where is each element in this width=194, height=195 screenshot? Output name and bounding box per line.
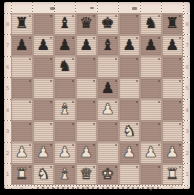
square-a5[interactable]	[11, 78, 33, 100]
square-h1[interactable]: ♜	[162, 164, 184, 186]
square-f8[interactable]	[119, 13, 141, 35]
square-f6[interactable]	[119, 56, 141, 78]
rank-label-left-3: 3	[5, 128, 11, 134]
square-e6[interactable]	[97, 56, 119, 78]
square-e5[interactable]: ♟	[97, 78, 119, 100]
square-e4[interactable]: ♟	[97, 99, 119, 121]
white-pawn: ♟	[166, 145, 179, 160]
square-g5[interactable]	[140, 78, 162, 100]
square-g1[interactable]	[140, 164, 162, 186]
white-pawn: ♟	[80, 145, 93, 160]
square-a8[interactable]: ♜	[11, 13, 33, 35]
square-b5[interactable]	[33, 78, 55, 100]
black-pawn: ♟	[80, 37, 93, 52]
rank-label-right-5: 5	[184, 85, 190, 91]
stamp-sheet: ♜♝♛♚♞♜♟♟♟♟♝♟♟♟♞♟♝♟♞♟♟♟♟♟♟♟♜♞♝♛♚♜ 8765432…	[4, 2, 190, 189]
black-knight: ♞	[144, 16, 157, 31]
black-pawn: ♟	[144, 37, 157, 52]
square-e7[interactable]: ♝	[97, 35, 119, 57]
square-b7[interactable]: ♟	[33, 35, 55, 57]
square-c2[interactable]: ♟	[54, 142, 76, 164]
square-f3[interactable]: ♞	[119, 121, 141, 143]
rank-label-right-6: 6	[184, 64, 190, 70]
square-f1[interactable]	[119, 164, 141, 186]
square-g7[interactable]: ♟	[140, 35, 162, 57]
white-pawn: ♟	[37, 145, 50, 160]
square-b1[interactable]: ♞	[33, 164, 55, 186]
black-pawn: ♟	[37, 37, 50, 52]
black-king: ♚	[101, 16, 114, 31]
square-f4[interactable]	[119, 99, 141, 121]
square-c8[interactable]: ♝	[54, 13, 76, 35]
black-pawn: ♟	[101, 80, 114, 95]
square-b2[interactable]: ♟	[33, 142, 55, 164]
black-pawn: ♟	[166, 37, 179, 52]
white-pawn: ♟	[123, 145, 136, 160]
square-g6[interactable]	[140, 56, 162, 78]
square-g8[interactable]: ♞	[140, 13, 162, 35]
square-h2[interactable]: ♟	[162, 142, 184, 164]
square-b4[interactable]	[33, 99, 55, 121]
rank-label-right-1: 1	[184, 171, 190, 177]
square-f2[interactable]: ♟	[119, 142, 141, 164]
white-king: ♚	[101, 166, 114, 181]
selvage-mark	[50, 7, 55, 10]
white-knight: ♞	[37, 166, 50, 181]
square-a1[interactable]: ♜	[11, 164, 33, 186]
square-h5[interactable]	[162, 78, 184, 100]
square-d2[interactable]: ♟	[76, 142, 98, 164]
rank-label-right-7: 7	[184, 42, 190, 48]
square-d6[interactable]	[76, 56, 98, 78]
white-knight: ♞	[123, 123, 136, 138]
square-h4[interactable]	[162, 99, 184, 121]
square-g3[interactable]	[140, 121, 162, 143]
white-rook: ♜	[15, 166, 28, 181]
square-h8[interactable]: ♜	[162, 13, 184, 35]
square-g2[interactable]: ♟	[140, 142, 162, 164]
selvage-mark	[132, 7, 137, 10]
white-pawn: ♟	[144, 145, 157, 160]
rank-label-left-7: 7	[5, 42, 11, 48]
chessboard: ♜♝♛♚♞♜♟♟♟♟♝♟♟♟♞♟♝♟♞♟♟♟♟♟♟♟♜♞♝♛♚♜	[11, 13, 183, 185]
rank-label-right-4: 4	[184, 107, 190, 113]
square-d8[interactable]: ♛	[76, 13, 98, 35]
square-c4[interactable]: ♝	[54, 99, 76, 121]
square-e2[interactable]	[97, 142, 119, 164]
white-rook: ♜	[166, 166, 179, 181]
file-label-a: a	[19, 185, 25, 191]
square-f7[interactable]: ♟	[119, 35, 141, 57]
photo-background: ♜♝♛♚♞♜♟♟♟♟♝♟♟♟♞♟♝♟♞♟♟♟♟♟♟♟♜♞♝♛♚♜ 8765432…	[0, 0, 194, 195]
square-b6[interactable]	[33, 56, 55, 78]
black-pawn: ♟	[123, 37, 136, 52]
square-a6[interactable]	[11, 56, 33, 78]
black-pawn: ♟	[58, 37, 71, 52]
square-h6[interactable]	[162, 56, 184, 78]
rank-label-left-1: 1	[5, 171, 11, 177]
square-c3[interactable]	[54, 121, 76, 143]
square-h7[interactable]: ♟	[162, 35, 184, 57]
white-bishop: ♝	[58, 102, 71, 117]
black-bishop: ♝	[101, 37, 114, 52]
white-pawn: ♟	[58, 145, 71, 160]
rank-label-right-2: 2	[184, 150, 190, 156]
square-c6[interactable]: ♞	[54, 56, 76, 78]
white-queen: ♛	[80, 166, 93, 181]
square-g4[interactable]	[140, 99, 162, 121]
rank-label-right-8: 8	[184, 21, 190, 27]
black-bishop: ♝	[58, 16, 71, 31]
white-bishop: ♝	[58, 166, 71, 181]
black-rook: ♜	[15, 16, 28, 31]
square-d7[interactable]: ♟	[76, 35, 98, 57]
square-d1[interactable]: ♛	[76, 164, 98, 186]
square-h3[interactable]	[162, 121, 184, 143]
white-pawn: ♟	[15, 145, 28, 160]
square-b3[interactable]	[33, 121, 55, 143]
square-a3[interactable]	[11, 121, 33, 143]
black-rook: ♜	[166, 16, 179, 31]
rank-label-left-6: 6	[5, 64, 11, 70]
rank-label-left-8: 8	[5, 21, 11, 27]
square-e8[interactable]: ♚	[97, 13, 119, 35]
square-f5[interactable]	[119, 78, 141, 100]
rank-label-left-2: 2	[5, 150, 11, 156]
black-pawn: ♟	[15, 37, 28, 52]
file-label-h: h	[169, 185, 175, 191]
square-e3[interactable]	[97, 121, 119, 143]
rank-label-left-5: 5	[5, 85, 11, 91]
square-a4[interactable]	[11, 99, 33, 121]
selvage-mark	[90, 7, 94, 10]
square-c1[interactable]: ♝	[54, 164, 76, 186]
square-e1[interactable]: ♚	[97, 164, 119, 186]
square-a7[interactable]: ♟	[11, 35, 33, 57]
black-knight: ♞	[58, 59, 71, 74]
black-queen: ♛	[80, 16, 93, 31]
square-d4[interactable]	[76, 99, 98, 121]
square-c7[interactable]: ♟	[54, 35, 76, 57]
square-d3[interactable]	[76, 121, 98, 143]
square-a2[interactable]: ♟	[11, 142, 33, 164]
square-c5[interactable]	[54, 78, 76, 100]
rank-label-right-3: 3	[184, 128, 190, 134]
rank-label-left-4: 4	[5, 107, 11, 113]
square-d5[interactable]	[76, 78, 98, 100]
square-b8[interactable]	[33, 13, 55, 35]
white-pawn: ♟	[101, 102, 114, 117]
margin-inscription-marks	[37, 187, 159, 190]
